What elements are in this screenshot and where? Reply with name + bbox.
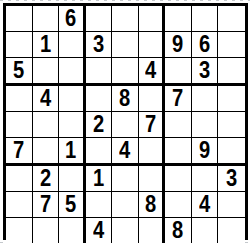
cell-r8c4[interactable] (86, 192, 113, 218)
cell-r9c3[interactable] (59, 218, 86, 243)
given-digit: 1 (93, 166, 104, 191)
cell-r4c9[interactable] (218, 86, 245, 112)
cell-r8c2[interactable]: 7 (33, 192, 60, 218)
gridline-artifact-top (0, 0, 250, 1)
cell-r7c8[interactable] (192, 166, 219, 192)
cell-r2c2[interactable]: 1 (33, 32, 60, 58)
given-digit: 4 (199, 192, 210, 217)
cell-r4c7[interactable]: 7 (165, 86, 192, 112)
given-digit: 8 (119, 86, 130, 111)
cell-r2c1[interactable] (6, 32, 33, 58)
cell-r6c6[interactable] (139, 138, 166, 166)
cell-r3c7[interactable] (165, 58, 192, 86)
cell-r6c1[interactable]: 7 (6, 138, 33, 166)
given-digit: 8 (172, 218, 183, 243)
cell-r6c9[interactable] (218, 138, 245, 166)
given-digit: 3 (226, 166, 237, 191)
cell-r2c6[interactable] (139, 32, 166, 58)
cell-r3c6[interactable]: 4 (139, 58, 166, 86)
cell-r9c6[interactable] (139, 218, 166, 243)
given-digit: 3 (199, 58, 210, 83)
cell-r2c5[interactable] (112, 32, 139, 58)
cell-r8c9[interactable] (218, 192, 245, 218)
cell-r9c9[interactable] (218, 218, 245, 243)
cell-r1c9[interactable] (218, 6, 245, 32)
cell-r7c4[interactable]: 1 (86, 166, 113, 192)
given-digit: 7 (40, 192, 51, 217)
cell-r8c6[interactable]: 8 (139, 192, 166, 218)
given-digit: 4 (40, 86, 51, 111)
cell-r5c1[interactable] (6, 112, 33, 138)
cell-r5c6[interactable]: 7 (139, 112, 166, 138)
cell-r1c1[interactable] (6, 6, 33, 32)
cell-r1c3[interactable]: 6 (59, 6, 86, 32)
given-digit: 8 (145, 192, 156, 217)
cell-r8c8[interactable]: 4 (192, 192, 219, 218)
cell-r4c2[interactable]: 4 (33, 86, 60, 112)
cell-r3c9[interactable] (218, 58, 245, 86)
cell-r3c1[interactable]: 5 (6, 58, 33, 86)
cell-r5c9[interactable] (218, 112, 245, 138)
cell-r5c5[interactable] (112, 112, 139, 138)
cell-r4c1[interactable] (6, 86, 33, 112)
cell-r2c3[interactable] (59, 32, 86, 58)
cell-r7c5[interactable] (112, 166, 139, 192)
cell-r2c4[interactable]: 3 (86, 32, 113, 58)
cell-r6c8[interactable]: 9 (192, 138, 219, 166)
given-digit: 9 (199, 138, 210, 163)
cell-r4c3[interactable] (59, 86, 86, 112)
cell-r4c8[interactable] (192, 86, 219, 112)
cell-r7c9[interactable]: 3 (218, 166, 245, 192)
given-digit: 4 (145, 58, 156, 83)
given-digit: 7 (145, 112, 156, 137)
cell-r7c7[interactable] (165, 166, 192, 192)
cell-r5c3[interactable] (59, 112, 86, 138)
cell-r4c6[interactable] (139, 86, 166, 112)
cell-r8c5[interactable] (112, 192, 139, 218)
cell-r5c7[interactable] (165, 112, 192, 138)
given-digit: 6 (199, 32, 210, 57)
cell-r4c4[interactable] (86, 86, 113, 112)
cell-r3c5[interactable] (112, 58, 139, 86)
cell-r9c4[interactable]: 4 (86, 218, 113, 243)
given-digit: 1 (65, 138, 76, 163)
cell-r1c2[interactable] (33, 6, 60, 32)
cell-r1c4[interactable] (86, 6, 113, 32)
cell-r7c3[interactable] (59, 166, 86, 192)
given-digit: 2 (93, 112, 104, 137)
given-digit: 4 (93, 218, 104, 243)
cell-r6c2[interactable] (33, 138, 60, 166)
cell-r5c8[interactable] (192, 112, 219, 138)
cell-r3c3[interactable] (59, 58, 86, 86)
cell-r4c5[interactable]: 8 (112, 86, 139, 112)
cell-r9c8[interactable] (192, 218, 219, 243)
cell-r2c8[interactable]: 6 (192, 32, 219, 58)
cell-r2c7[interactable]: 9 (165, 32, 192, 58)
cell-r9c2[interactable] (33, 218, 60, 243)
given-digit: 7 (172, 86, 183, 111)
cell-r3c8[interactable]: 3 (192, 58, 219, 86)
cell-r1c5[interactable] (112, 6, 139, 32)
cell-r1c8[interactable] (192, 6, 219, 32)
cell-r7c1[interactable] (6, 166, 33, 192)
cell-r6c7[interactable] (165, 138, 192, 166)
given-digit: 9 (172, 32, 183, 57)
cell-r2c9[interactable] (218, 32, 245, 58)
cell-r6c3[interactable]: 1 (59, 138, 86, 166)
cell-r1c7[interactable] (165, 6, 192, 32)
cell-r8c7[interactable] (165, 192, 192, 218)
given-digit: 5 (65, 192, 76, 217)
cell-r3c2[interactable] (33, 58, 60, 86)
given-digit: 3 (93, 32, 104, 57)
cell-r3c4[interactable] (86, 58, 113, 86)
cell-r8c1[interactable] (6, 192, 33, 218)
cell-r9c1[interactable] (6, 218, 33, 243)
given-digit: 4 (119, 138, 130, 163)
cell-r5c2[interactable] (33, 112, 60, 138)
given-digit: 1 (40, 32, 51, 57)
cell-r9c7[interactable]: 8 (165, 218, 192, 243)
cell-r6c5[interactable]: 4 (112, 138, 139, 166)
cell-r7c6[interactable] (139, 166, 166, 192)
cell-r9c5[interactable] (112, 218, 139, 243)
cell-r1c6[interactable] (139, 6, 166, 32)
cell-r7c2[interactable]: 2 (33, 166, 60, 192)
cell-r5c4[interactable]: 2 (86, 112, 113, 138)
given-digit: 2 (40, 166, 51, 191)
given-digit: 5 (13, 58, 24, 83)
given-digit: 6 (65, 6, 76, 31)
sudoku-board: 61396543487277149213758448 (3, 3, 248, 240)
cell-r6c4[interactable] (86, 138, 113, 166)
given-digit: 7 (13, 138, 24, 163)
cell-r8c3[interactable]: 5 (59, 192, 86, 218)
